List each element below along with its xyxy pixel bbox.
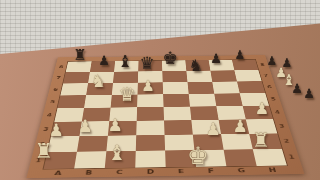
file-label-e: E [178,168,185,174]
square-h7[interactable] [234,70,261,81]
piece-white-k-f1[interactable]: ♚ [187,144,209,168]
rank-label-2: 2 [283,138,290,143]
square-g5[interactable] [214,93,242,106]
square-e6[interactable] [163,82,189,94]
file-label-h: H [268,167,277,173]
rank-label-8: 8 [260,63,265,66]
square-d1[interactable] [135,150,165,167]
square-g2[interactable] [221,134,253,150]
rank-label-5: 5 [50,100,56,104]
square-g7[interactable] [210,70,237,81]
file-label-a: A [54,170,62,176]
chess-board-grid[interactable] [44,60,287,169]
rank-label-5: 5 [270,97,276,101]
piece-black-p-h7[interactable]: ♟ [235,49,246,61]
piece-white-b-c1[interactable]: ♝ [108,143,127,164]
captured-black-p[interactable]: ♟ [303,87,315,100]
rank-label-4: 4 [274,110,280,114]
rank-label-8: 8 [59,65,64,68]
square-d5[interactable] [137,94,163,107]
square-h6[interactable] [237,81,265,93]
square-c7[interactable] [113,71,138,83]
piece-white-p-f2[interactable]: ♟ [205,121,220,138]
square-e3[interactable] [164,120,193,135]
piece-white-p-g2[interactable]: ♟ [232,118,247,135]
square-f5[interactable] [189,94,217,107]
rank-label-3: 3 [279,124,285,129]
piece-white-p-a2[interactable]: ♟ [48,122,63,139]
square-e4[interactable] [164,107,192,121]
piece-white-p-h3[interactable]: ♟ [255,101,269,117]
square-b5[interactable] [84,95,112,108]
square-g6[interactable] [212,81,239,93]
piece-white-r-g1[interactable]: ♜ [252,130,270,150]
piece-black-q-d8[interactable]: ♛ [139,55,154,72]
piece-white-q-c5[interactable]: ♛ [118,85,135,104]
square-b1[interactable] [74,151,106,168]
file-label-c: C [116,169,123,175]
photo-scene: ABCDEFGH 12345678 12345678 ♜♟♝♛♚♞♟♟♞♛♟♟♟… [0,0,320,180]
square-e7[interactable] [162,71,187,82]
piece-black-p-g7[interactable]: ♟ [210,52,222,65]
piece-white-p-d5[interactable]: ♟ [141,79,154,94]
piece-white-p-b2[interactable]: ♟ [77,118,92,135]
piece-black-n-f6[interactable]: ♞ [189,58,203,74]
piece-black-p-b6[interactable]: ♟ [98,54,110,67]
rank-label-7: 7 [56,76,61,80]
square-d2[interactable] [136,135,165,151]
square-f6[interactable] [187,82,214,94]
piece-black-k-e8[interactable]: ♚ [162,50,177,67]
rank-label-4: 4 [46,113,52,117]
piece-black-r-a8[interactable]: ♜ [73,48,86,63]
rank-label-6: 6 [53,88,59,92]
file-label-d: D [147,169,154,175]
rank-label-1: 1 [288,154,295,159]
square-e5[interactable] [163,94,190,107]
square-d3[interactable] [136,120,164,135]
square-a6[interactable] [60,83,88,95]
file-label-b: B [85,169,93,175]
square-d4[interactable] [137,107,164,121]
captured-black-p[interactable]: ♟ [291,82,303,95]
piece-white-n-b5[interactable]: ♞ [90,73,105,90]
rank-label-6: 6 [267,85,273,89]
square-b2[interactable] [77,136,108,152]
rank-label-7: 7 [263,74,268,78]
piece-white-p-c2[interactable]: ♟ [107,117,122,134]
file-label-g: G [237,167,246,173]
piece-black-b-c8[interactable]: ♝ [118,54,132,70]
piece-white-r-a1[interactable]: ♜ [35,141,54,162]
square-a5[interactable] [57,95,86,108]
square-a7[interactable] [63,72,90,84]
